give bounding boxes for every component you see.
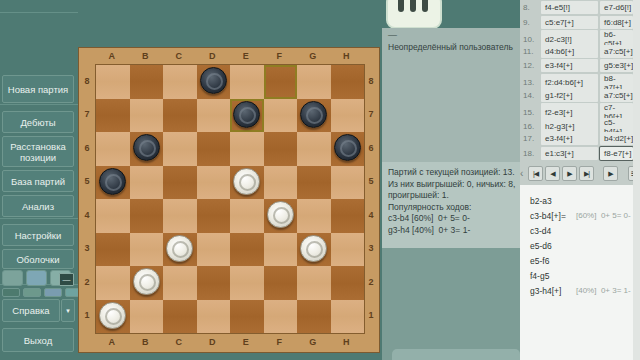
rank-label-1: 1	[364, 299, 378, 333]
white-man-a1[interactable]	[99, 302, 126, 329]
black-move-cell[interactable]: b4:d2[+]	[600, 132, 633, 145]
file-label-G: G	[296, 335, 330, 349]
square-b8[interactable]	[130, 65, 164, 99]
rank-label-3: 3	[80, 232, 94, 266]
white-move-cell[interactable]: c5:e7[+]	[541, 16, 598, 29]
square-d1[interactable]	[197, 300, 231, 334]
rank-label-3: 3	[364, 232, 378, 266]
candidate-move-label: f4-g5	[530, 271, 576, 281]
sidebar-separator	[0, 12, 78, 13]
more-skins-button[interactable]: —	[59, 273, 74, 286]
file-label-E: E	[229, 49, 263, 63]
file-label-F: F	[263, 49, 297, 63]
candidate-move-label: g3-h4[+]	[530, 286, 576, 296]
settings-button[interactable]: Настройки	[2, 224, 74, 246]
black-man-g7[interactable]	[300, 101, 327, 128]
black-man-e7[interactable]	[233, 101, 260, 128]
square-h3[interactable]	[331, 233, 365, 267]
candidate-move-label: c3-b4[+]=	[530, 211, 576, 221]
file-labels-bottom: ABCDEFGH	[95, 335, 363, 349]
game-database-button[interactable]: База партий	[2, 170, 74, 192]
candidate-move[interactable]: e5-f6	[530, 253, 633, 268]
black-move-cell[interactable]: g5:e3[+]	[600, 59, 633, 72]
rank-labels-left: 87654321	[80, 64, 94, 332]
move-row: 13.f2:d4:b6[+]b8-a7[+]	[520, 74, 633, 87]
info-column: — Неопределённый пользователь Партий с т…	[382, 0, 520, 360]
file-label-C: C	[162, 49, 196, 63]
nav-last-button[interactable]: ▶|	[579, 166, 594, 181]
black-move-cell[interactable]: a7:c5[+]	[600, 89, 633, 102]
move-number: 17.	[520, 132, 539, 145]
candidate-move-stats: [60%] 0+ 5= 0-	[576, 211, 631, 220]
square-g2[interactable]	[297, 266, 331, 300]
square-e3[interactable]	[230, 233, 264, 267]
bottom-strip	[382, 345, 520, 360]
black-move-cell[interactable]: f6:d8[+]	[600, 16, 633, 29]
rank-label-8: 8	[364, 64, 378, 98]
checkers-app-window: Новая партия Дебюты Расстановка позиции …	[0, 0, 640, 360]
move-number: 14.	[520, 89, 539, 102]
file-label-B: B	[129, 335, 163, 349]
move-row: 11.d4:b6[+]a7:c5[+]	[520, 45, 633, 58]
white-man-f4[interactable]	[267, 201, 294, 228]
chevron-down-icon: ▾	[66, 307, 70, 315]
white-man-c3[interactable]	[166, 235, 193, 262]
black-move-cell[interactable]: f8-e7[+]	[600, 147, 633, 160]
square-b4[interactable]	[130, 199, 164, 233]
square-e4[interactable]	[230, 199, 264, 233]
rank-label-4: 4	[80, 198, 94, 232]
sidebar-separator	[0, 218, 78, 219]
file-label-A: A	[95, 335, 129, 349]
skins-button[interactable]: Оболочки	[2, 249, 74, 269]
stats-line-5: c3-b4 [60%] 0+ 5= 0-	[388, 213, 520, 225]
skin-swatch-big-2[interactable]	[26, 270, 47, 286]
file-label-H: H	[330, 335, 364, 349]
help-button[interactable]: Справка	[2, 299, 60, 322]
rank-label-6: 6	[80, 131, 94, 165]
file-labels-top: ABCDEFGH	[95, 49, 363, 63]
rank-label-4: 4	[364, 198, 378, 232]
white-man-g3[interactable]	[300, 235, 327, 262]
user-panel: — Неопределённый пользователь	[382, 28, 520, 162]
square-f2[interactable]	[264, 266, 298, 300]
square-a8[interactable]	[96, 65, 130, 99]
exit-button[interactable]: Выход	[2, 328, 74, 352]
stats-line-2: Из них выигрышей: 0, ничьих: 8,	[388, 179, 520, 191]
stats-line-3: проигрышей: 1.	[388, 190, 520, 202]
file-label-D: D	[196, 49, 230, 63]
move-number: 9.	[520, 16, 539, 29]
square-a7[interactable]	[96, 99, 130, 133]
square-a3[interactable]	[96, 233, 130, 267]
square-c7[interactable]	[163, 99, 197, 133]
square-g4[interactable]	[297, 199, 331, 233]
openings-button[interactable]: Дебюты	[2, 111, 74, 133]
black-move-cell[interactable]: a7:c5[+]	[600, 45, 633, 58]
square-h2[interactable]	[331, 266, 365, 300]
square-c5[interactable]	[163, 166, 197, 200]
nav-next-button[interactable]: ▶	[562, 166, 577, 181]
nav-first-button[interactable]: |◀	[528, 166, 543, 181]
skin-swatch-small-3[interactable]	[44, 288, 62, 297]
black-man-b6[interactable]	[133, 134, 160, 161]
sidebar: Новая партия Дебюты Расстановка позиции …	[0, 0, 78, 360]
candidate-move-label: c3-d4	[530, 226, 576, 236]
square-d8[interactable]	[197, 65, 231, 99]
square-f3[interactable]	[264, 233, 298, 267]
sidebar-separator	[0, 104, 78, 105]
move-row: 8.f4-e5[!]e7-d6[!]	[520, 1, 633, 14]
square-b5[interactable]	[130, 166, 164, 200]
database-bars-icon	[386, 0, 442, 29]
rank-label-7: 7	[80, 98, 94, 132]
file-label-E: E	[229, 335, 263, 349]
nav-prev-button[interactable]: ◀	[545, 166, 560, 181]
candidate-move-label: b2-a3	[530, 196, 576, 206]
square-d3[interactable]	[197, 233, 231, 267]
square-a2[interactable]	[96, 266, 130, 300]
square-h6[interactable]	[331, 132, 365, 166]
rank-label-1: 1	[80, 299, 94, 333]
black-move-cell[interactable]: e7-d6[!]	[600, 1, 633, 14]
rank-label-5: 5	[364, 165, 378, 199]
candidate-move-stats: [40%] 0+ 3= 1-	[576, 286, 631, 295]
white-move-cell[interactable]: d4:b6[+]	[541, 45, 598, 58]
candidate-move-label: e5-f6	[530, 256, 576, 266]
checkers-board: ABCDEFGH ABCDEFGH 87654321 87654321	[78, 47, 380, 353]
move-row: 14.g1-f2[+]a7:c5[+]	[520, 89, 633, 102]
black-man-a5[interactable]	[99, 168, 126, 195]
square-g5[interactable]	[297, 166, 331, 200]
move-row: 15.f2-e3[+]c7-b6[+]	[520, 103, 633, 116]
new-game-button[interactable]: Новая партия	[2, 75, 74, 103]
candidate-move[interactable]: c3-d4	[530, 223, 633, 238]
square-a5[interactable]	[96, 166, 130, 200]
move-row: 18.e1:c3[+]f8-e7[+]	[520, 147, 633, 160]
white-move-cell[interactable]: f4-e5[!]	[541, 1, 598, 14]
square-g8[interactable]	[297, 65, 331, 99]
rank-label-2: 2	[80, 265, 94, 299]
file-label-C: C	[162, 335, 196, 349]
user-dash: —	[388, 30, 397, 40]
square-b1[interactable]	[130, 300, 164, 334]
square-d7[interactable]	[197, 99, 231, 133]
square-a4[interactable]	[96, 199, 130, 233]
nav-play-button[interactable]: ▶	[603, 166, 618, 181]
square-c4[interactable]	[163, 199, 197, 233]
square-b3[interactable]	[130, 233, 164, 267]
square-d6[interactable]	[197, 132, 231, 166]
rank-label-8: 8	[80, 64, 94, 98]
square-c8[interactable]	[163, 65, 197, 99]
candidate-move[interactable]: c3-b4[+]=[60%] 0+ 5= 0-	[530, 208, 633, 223]
square-c1[interactable]	[163, 300, 197, 334]
square-d5[interactable]	[197, 166, 231, 200]
move-row: 17.e3-f4[+]b4:d2[+]	[520, 132, 633, 145]
square-h4[interactable]	[331, 199, 365, 233]
rank-labels-right: 87654321	[364, 64, 378, 332]
square-g7[interactable]	[297, 99, 331, 133]
skin-swatch-big-1[interactable]	[2, 270, 23, 286]
square-h8[interactable]	[331, 65, 365, 99]
file-label-F: F	[263, 335, 297, 349]
square-b7[interactable]	[130, 99, 164, 133]
move-number: 18.	[520, 147, 539, 160]
skin-swatches-small	[2, 288, 83, 297]
rank-label-6: 6	[364, 131, 378, 165]
candidate-move[interactable]: f4-g5	[530, 268, 633, 283]
black-man-h6[interactable]	[334, 134, 361, 161]
square-b6[interactable]	[130, 132, 164, 166]
move-number: 8.	[520, 1, 539, 14]
move-row: 12.e3-f4[+]g5:e3[+]	[520, 59, 633, 72]
move-row: 16.h2-g3[+]c5-b4[+]	[520, 118, 633, 131]
white-move-cell[interactable]: e3-f4[+]	[541, 132, 598, 145]
white-move-cell[interactable]: e3-f4[+]	[541, 59, 598, 72]
square-b2[interactable]	[130, 266, 164, 300]
candidate-move[interactable]: b2-a3	[530, 193, 633, 208]
square-c2[interactable]	[163, 266, 197, 300]
square-e6[interactable]	[230, 132, 264, 166]
file-label-D: D	[196, 335, 230, 349]
position-stats-panel: Партий с текущей позицией: 13.Из них выи…	[382, 162, 520, 248]
move-row: 9.c5:e7[+]f6:d8[+]	[520, 16, 633, 29]
skin-swatch-small-2[interactable]	[23, 288, 41, 297]
square-f6[interactable]	[264, 132, 298, 166]
square-e7[interactable]	[230, 99, 264, 133]
move-row: 10.d2-c3[!]b6-c5[+]	[520, 30, 633, 43]
square-e8[interactable]	[230, 65, 264, 99]
black-man-d8[interactable]	[200, 67, 227, 94]
candidate-move[interactable]: e5-d6	[530, 238, 633, 253]
square-g6[interactable]	[297, 132, 331, 166]
rank-label-7: 7	[364, 98, 378, 132]
white-man-e5[interactable]	[233, 168, 260, 195]
square-h1[interactable]	[331, 300, 365, 334]
file-label-A: A	[95, 49, 129, 63]
file-label-H: H	[330, 49, 364, 63]
analysis-button[interactable]: Анализ	[2, 195, 74, 217]
help-dropdown-button[interactable]: ▾	[61, 299, 75, 322]
square-f8[interactable]	[264, 65, 298, 99]
navigation-bar: ‹ |◀◀▶▶|▶≡	[520, 165, 640, 184]
square-f7[interactable]	[264, 99, 298, 133]
move-list: 8.f4-e5[!]e7-d6[!]9.c5:e7[+]f6:d8[+]10.d…	[520, 1, 633, 162]
file-label-B: B	[129, 49, 163, 63]
white-man-b2[interactable]	[133, 268, 160, 295]
square-c3[interactable]	[163, 233, 197, 267]
setup-position-button[interactable]: Расстановка позиции	[2, 136, 74, 167]
file-label-G: G	[296, 49, 330, 63]
stats-line-6: g3-h4 [40%] 0+ 3= 1-	[388, 225, 520, 237]
square-h5[interactable]	[331, 166, 365, 200]
square-g1[interactable]	[297, 300, 331, 334]
stats-line-1: Партий с текущей позицией: 13.	[388, 167, 520, 179]
candidate-moves-list: b2-a3c3-b4[+]=[60%] 0+ 5= 0-c3-d4e5-d6e5…	[520, 185, 633, 360]
white-move-cell[interactable]: e1:c3[+]	[541, 147, 598, 160]
square-f5[interactable]	[264, 166, 298, 200]
square-c6[interactable]	[163, 132, 197, 166]
move-number: 11.	[520, 45, 539, 58]
square-f4[interactable]	[264, 199, 298, 233]
lower-panel	[382, 248, 520, 345]
square-e2[interactable]	[230, 266, 264, 300]
scrollbar[interactable]	[633, 0, 640, 360]
move-number: 12.	[520, 59, 539, 72]
skin-swatch-small-1[interactable]	[2, 288, 20, 297]
square-e5[interactable]	[230, 166, 264, 200]
candidate-move-label: e5-d6	[530, 241, 576, 251]
square-a1[interactable]	[96, 300, 130, 334]
square-d4[interactable]	[197, 199, 231, 233]
square-f1[interactable]	[264, 300, 298, 334]
panel-collapse-handle[interactable]: ‹	[520, 168, 523, 179]
candidate-move[interactable]: g3-h4[+][40%] 0+ 3= 1-	[530, 283, 633, 298]
moves-panel: 8.f4-e5[!]e7-d6[!]9.c5:e7[+]f6:d8[+]10.d…	[520, 0, 640, 360]
rank-label-2: 2	[364, 265, 378, 299]
stats-line-4: Популярность ходов:	[388, 202, 520, 214]
square-a6[interactable]	[96, 132, 130, 166]
square-d2[interactable]	[197, 266, 231, 300]
square-h7[interactable]	[331, 99, 365, 133]
square-g3[interactable]	[297, 233, 331, 267]
board-grid	[95, 64, 365, 334]
white-move-cell[interactable]: g1-f2[+]	[541, 89, 598, 102]
rank-label-5: 5	[80, 165, 94, 199]
username-label: Неопределённый пользователь	[388, 42, 513, 52]
square-e1[interactable]	[230, 300, 264, 334]
